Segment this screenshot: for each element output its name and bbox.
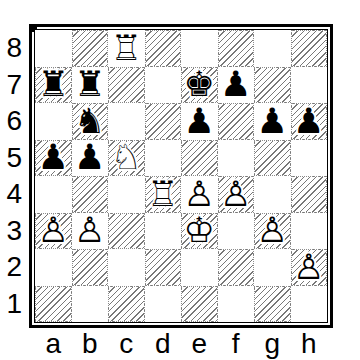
- white-king-glyph: ♚: [182, 214, 217, 249]
- square-c5[interactable]: ♞♘: [108, 140, 145, 177]
- white-pawn-glyph: ♟: [181, 176, 218, 213]
- square-c1[interactable]: [108, 286, 145, 323]
- black-pawn-glyph: ♟: [72, 140, 109, 177]
- piece-black-pawn: ♟: [292, 104, 327, 139]
- chess-board: ♜♖♜♜♚♟♞♟♟♟♟♟♞♘♜♖♟♙♟♙♟♙♟♙♚♔♟♙♟♙: [35, 30, 327, 322]
- white-pawn-outline-glyph: ♙: [181, 176, 218, 213]
- square-g7[interactable]: [254, 67, 291, 104]
- white-pawn-outline-glyph: ♙: [72, 213, 109, 250]
- square-b5[interactable]: ♟: [72, 140, 109, 177]
- square-h8[interactable]: [291, 30, 328, 67]
- white-pawn-outline-glyph: ♙: [219, 177, 254, 212]
- chess-diagram: 87654321 ♜♖♜♜♚♟♞♟♟♟♟♟♞♘♜♖♟♙♟♙♟♙♟♙♚♔♟♙♟♙ …: [0, 0, 360, 360]
- square-f7[interactable]: ♟: [218, 67, 255, 104]
- black-rook-glyph: ♜: [72, 67, 109, 104]
- file-label-c: c: [108, 330, 145, 358]
- white-knight-outline-glyph: ♘: [109, 141, 144, 176]
- piece-white-rook: ♜♖: [108, 30, 145, 67]
- square-f8[interactable]: [218, 30, 255, 67]
- board-inner-border: ♜♖♜♜♚♟♞♟♟♟♟♟♞♘♜♖♟♙♟♙♟♙♟♙♚♔♟♙♟♙: [34, 29, 328, 323]
- rank-label-2: 2: [0, 249, 26, 286]
- square-a1[interactable]: [35, 286, 72, 323]
- piece-white-knight: ♞♘: [109, 141, 144, 176]
- piece-black-rook: ♜: [36, 68, 71, 103]
- square-d8[interactable]: [145, 30, 182, 67]
- square-a8[interactable]: [35, 30, 72, 67]
- square-d5[interactable]: [145, 140, 182, 177]
- file-labels: abcdefgh: [35, 330, 327, 358]
- piece-white-rook: ♜♖: [146, 177, 181, 212]
- square-a6[interactable]: [35, 103, 72, 140]
- piece-black-king: ♚: [182, 68, 217, 103]
- square-a2[interactable]: [35, 249, 72, 286]
- black-pawn-glyph: ♟: [218, 67, 255, 104]
- white-pawn-glyph: ♟: [72, 213, 109, 250]
- square-e3[interactable]: ♚♔: [181, 213, 218, 250]
- white-pawn-outline-glyph: ♙: [292, 250, 327, 285]
- square-c4[interactable]: [108, 176, 145, 213]
- rank-label-4: 4: [0, 176, 26, 213]
- square-d4[interactable]: ♜♖: [145, 176, 182, 213]
- square-f6[interactable]: [218, 103, 255, 140]
- square-h2[interactable]: ♟♙: [291, 249, 328, 286]
- piece-white-pawn: ♟♙: [181, 176, 218, 213]
- rank-label-1: 1: [0, 286, 26, 323]
- black-pawn-glyph: ♟: [292, 104, 327, 139]
- square-d3[interactable]: [145, 213, 182, 250]
- piece-white-pawn: ♟♙: [36, 214, 71, 249]
- square-c3[interactable]: [108, 213, 145, 250]
- square-a4[interactable]: [35, 176, 72, 213]
- square-d1[interactable]: [145, 286, 182, 323]
- square-g1[interactable]: [254, 286, 291, 323]
- white-rook-outline-glyph: ♖: [146, 177, 181, 212]
- square-g5[interactable]: [254, 140, 291, 177]
- square-f3[interactable]: [218, 213, 255, 250]
- square-c8[interactable]: ♜♖: [108, 30, 145, 67]
- square-b8[interactable]: [72, 30, 109, 67]
- piece-white-king: ♚♔: [182, 214, 217, 249]
- square-h4[interactable]: [291, 176, 328, 213]
- rank-label-7: 7: [0, 67, 26, 104]
- square-f4[interactable]: ♟♙: [218, 176, 255, 213]
- square-b6[interactable]: ♞: [72, 103, 109, 140]
- rank-labels: 87654321: [0, 30, 26, 322]
- white-pawn-glyph: ♟: [255, 214, 290, 249]
- white-pawn-outline-glyph: ♙: [255, 214, 290, 249]
- square-b4[interactable]: [72, 176, 109, 213]
- square-h1[interactable]: [291, 286, 328, 323]
- square-e8[interactable]: [181, 30, 218, 67]
- square-c7[interactable]: [108, 67, 145, 104]
- square-c2[interactable]: [108, 249, 145, 286]
- square-b2[interactable]: [72, 249, 109, 286]
- square-d6[interactable]: [145, 103, 182, 140]
- board-frame: ♜♖♜♜♚♟♞♟♟♟♟♟♞♘♜♖♟♙♟♙♟♙♟♙♚♔♟♙♟♙: [29, 24, 333, 328]
- square-e1[interactable]: [181, 286, 218, 323]
- square-e2[interactable]: [181, 249, 218, 286]
- white-knight-glyph: ♞: [109, 141, 144, 176]
- rank-label-3: 3: [0, 213, 26, 250]
- piece-white-pawn: ♟♙: [292, 250, 327, 285]
- piece-black-pawn: ♟: [181, 103, 218, 140]
- black-pawn-glyph: ♟: [36, 141, 71, 176]
- square-b7[interactable]: ♜: [72, 67, 109, 104]
- white-pawn-glyph: ♟: [36, 214, 71, 249]
- square-c6[interactable]: [108, 103, 145, 140]
- square-a5[interactable]: ♟: [35, 140, 72, 177]
- white-rook-glyph: ♜: [108, 30, 145, 67]
- square-h6[interactable]: ♟: [291, 103, 328, 140]
- square-e4[interactable]: ♟♙: [181, 176, 218, 213]
- black-king-glyph: ♚: [182, 68, 217, 103]
- file-label-e: e: [181, 330, 218, 358]
- square-b1[interactable]: [72, 286, 109, 323]
- square-g2[interactable]: [254, 249, 291, 286]
- square-d7[interactable]: [145, 67, 182, 104]
- square-h3[interactable]: [291, 213, 328, 250]
- black-pawn-glyph: ♟: [181, 103, 218, 140]
- file-label-a: a: [35, 330, 72, 358]
- square-d2[interactable]: [145, 249, 182, 286]
- square-f5[interactable]: [218, 140, 255, 177]
- square-e5[interactable]: [181, 140, 218, 177]
- file-label-h: h: [291, 330, 328, 358]
- square-b3[interactable]: ♟♙: [72, 213, 109, 250]
- black-rook-glyph: ♜: [36, 68, 71, 103]
- piece-black-pawn: ♟: [218, 67, 255, 104]
- file-label-d: d: [145, 330, 182, 358]
- white-king-outline-glyph: ♔: [182, 214, 217, 249]
- square-g3[interactable]: ♟♙: [254, 213, 291, 250]
- square-a3[interactable]: ♟♙: [35, 213, 72, 250]
- square-g4[interactable]: [254, 176, 291, 213]
- square-f2[interactable]: [218, 249, 255, 286]
- white-rook-outline-glyph: ♖: [108, 30, 145, 67]
- piece-white-pawn: ♟♙: [255, 214, 290, 249]
- file-label-b: b: [72, 330, 109, 358]
- piece-black-rook: ♜: [72, 67, 109, 104]
- file-label-f: f: [218, 330, 255, 358]
- rank-label-6: 6: [0, 103, 26, 140]
- square-g8[interactable]: [254, 30, 291, 67]
- square-e7[interactable]: ♚: [181, 67, 218, 104]
- piece-black-pawn: ♟: [36, 141, 71, 176]
- piece-white-pawn: ♟♙: [72, 213, 109, 250]
- square-h7[interactable]: [291, 67, 328, 104]
- piece-black-pawn: ♟: [72, 140, 109, 177]
- rank-label-8: 8: [0, 30, 26, 67]
- piece-black-pawn: ♟: [254, 103, 291, 140]
- piece-white-pawn: ♟♙: [219, 177, 254, 212]
- rank-label-5: 5: [0, 140, 26, 177]
- square-a7[interactable]: ♜: [35, 67, 72, 104]
- square-g6[interactable]: ♟: [254, 103, 291, 140]
- black-pawn-glyph: ♟: [254, 103, 291, 140]
- white-pawn-glyph: ♟: [292, 250, 327, 285]
- white-pawn-outline-glyph: ♙: [36, 214, 71, 249]
- file-label-g: g: [254, 330, 291, 358]
- square-e6[interactable]: ♟: [181, 103, 218, 140]
- black-knight-glyph: ♞: [73, 104, 108, 139]
- piece-black-knight: ♞: [73, 104, 108, 139]
- white-pawn-glyph: ♟: [219, 177, 254, 212]
- square-h5[interactable]: [291, 140, 328, 177]
- square-f1[interactable]: [218, 286, 255, 323]
- white-rook-glyph: ♜: [146, 177, 181, 212]
